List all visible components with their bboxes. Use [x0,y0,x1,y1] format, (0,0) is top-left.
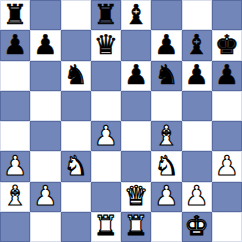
square-e8[interactable]: ♝ [121,0,151,30]
black-pawn-piece: ♟ [215,61,239,88]
square-d7[interactable]: ♛ [91,30,121,60]
square-d8[interactable]: ♜ [91,0,121,30]
white-knight-piece: ♞ [154,152,178,179]
square-a1[interactable] [0,212,30,242]
square-e2[interactable]: ♛ [121,182,151,212]
square-f2[interactable]: ♟ [151,182,181,212]
black-rook-piece: ♜ [94,1,118,28]
square-b8[interactable] [30,0,60,30]
square-d2[interactable] [91,182,121,212]
square-a3[interactable]: ♟ [0,151,30,181]
square-d5[interactable] [91,91,121,121]
square-f5[interactable] [151,91,181,121]
square-d3[interactable] [91,151,121,181]
square-a2[interactable]: ♝ [0,182,30,212]
square-h6[interactable]: ♟ [212,61,242,91]
square-b6[interactable] [30,61,60,91]
square-b1[interactable] [30,212,60,242]
square-c7[interactable] [61,30,91,60]
white-bishop-piece: ♝ [3,182,27,209]
square-c1[interactable] [61,212,91,242]
square-g6[interactable]: ♟ [182,61,212,91]
square-f3[interactable]: ♞ [151,151,181,181]
square-a8[interactable]: ♜ [0,0,30,30]
square-h8[interactable] [212,0,242,30]
square-g5[interactable] [182,91,212,121]
black-pawn-piece: ♟ [154,31,178,58]
black-knight-piece: ♞ [64,61,88,88]
square-h2[interactable] [212,182,242,212]
black-bishop-piece: ♝ [185,31,209,58]
square-f7[interactable]: ♟ [151,30,181,60]
square-e3[interactable] [121,151,151,181]
square-b7[interactable]: ♟ [30,30,60,60]
square-b4[interactable] [30,121,60,151]
square-h5[interactable] [212,91,242,121]
black-knight-piece: ♞ [154,61,178,88]
square-d4[interactable]: ♟ [91,121,121,151]
square-e6[interactable]: ♟ [121,61,151,91]
chess-board: ♜♜♝♟♟♛♟♝♚♞♟♞♟♟♟♝♟♞♞♟♝♟♛♟♟♜♜♚ [0,0,242,242]
white-bishop-piece: ♝ [154,122,178,149]
square-b5[interactable] [30,91,60,121]
square-g4[interactable] [182,121,212,151]
black-pawn-piece: ♟ [3,31,27,58]
black-rook-piece: ♜ [3,1,27,28]
square-d6[interactable] [91,61,121,91]
square-f4[interactable]: ♝ [151,121,181,151]
square-a6[interactable] [0,61,30,91]
square-f8[interactable] [151,0,181,30]
square-d1[interactable]: ♜ [91,212,121,242]
square-f1[interactable] [151,212,181,242]
square-h4[interactable] [212,121,242,151]
square-e4[interactable] [121,121,151,151]
square-c4[interactable] [61,121,91,151]
square-h7[interactable]: ♚ [212,30,242,60]
white-knight-piece: ♞ [64,152,88,179]
square-b3[interactable] [30,151,60,181]
black-queen-piece: ♛ [94,31,118,58]
square-g3[interactable] [182,151,212,181]
square-c8[interactable] [61,0,91,30]
white-pawn-piece: ♟ [33,182,57,209]
black-bishop-piece: ♝ [124,1,148,28]
black-pawn-piece: ♟ [33,31,57,58]
square-b2[interactable]: ♟ [30,182,60,212]
square-e1[interactable]: ♜ [121,212,151,242]
square-g7[interactable]: ♝ [182,30,212,60]
square-f6[interactable]: ♞ [151,61,181,91]
square-a7[interactable]: ♟ [0,30,30,60]
square-e7[interactable] [121,30,151,60]
square-g2[interactable]: ♟ [182,182,212,212]
square-a5[interactable] [0,91,30,121]
black-pawn-piece: ♟ [124,61,148,88]
square-c3[interactable]: ♞ [61,151,91,181]
white-queen-piece: ♛ [124,182,148,209]
white-rook-piece: ♜ [94,212,118,239]
white-pawn-piece: ♟ [3,152,27,179]
white-pawn-piece: ♟ [94,122,118,149]
square-c5[interactable] [61,91,91,121]
black-pawn-piece: ♟ [185,61,209,88]
square-h3[interactable]: ♟ [212,151,242,181]
square-c6[interactable]: ♞ [61,61,91,91]
black-king-piece: ♚ [215,31,239,58]
square-g8[interactable] [182,0,212,30]
white-rook-piece: ♜ [124,212,148,239]
square-h1[interactable] [212,212,242,242]
square-c2[interactable] [61,182,91,212]
square-e5[interactable] [121,91,151,121]
white-king-piece: ♚ [185,212,209,239]
square-g1[interactable]: ♚ [182,212,212,242]
white-pawn-piece: ♟ [154,182,178,209]
square-a4[interactable] [0,121,30,151]
white-pawn-piece: ♟ [185,182,209,209]
white-pawn-piece: ♟ [215,152,239,179]
